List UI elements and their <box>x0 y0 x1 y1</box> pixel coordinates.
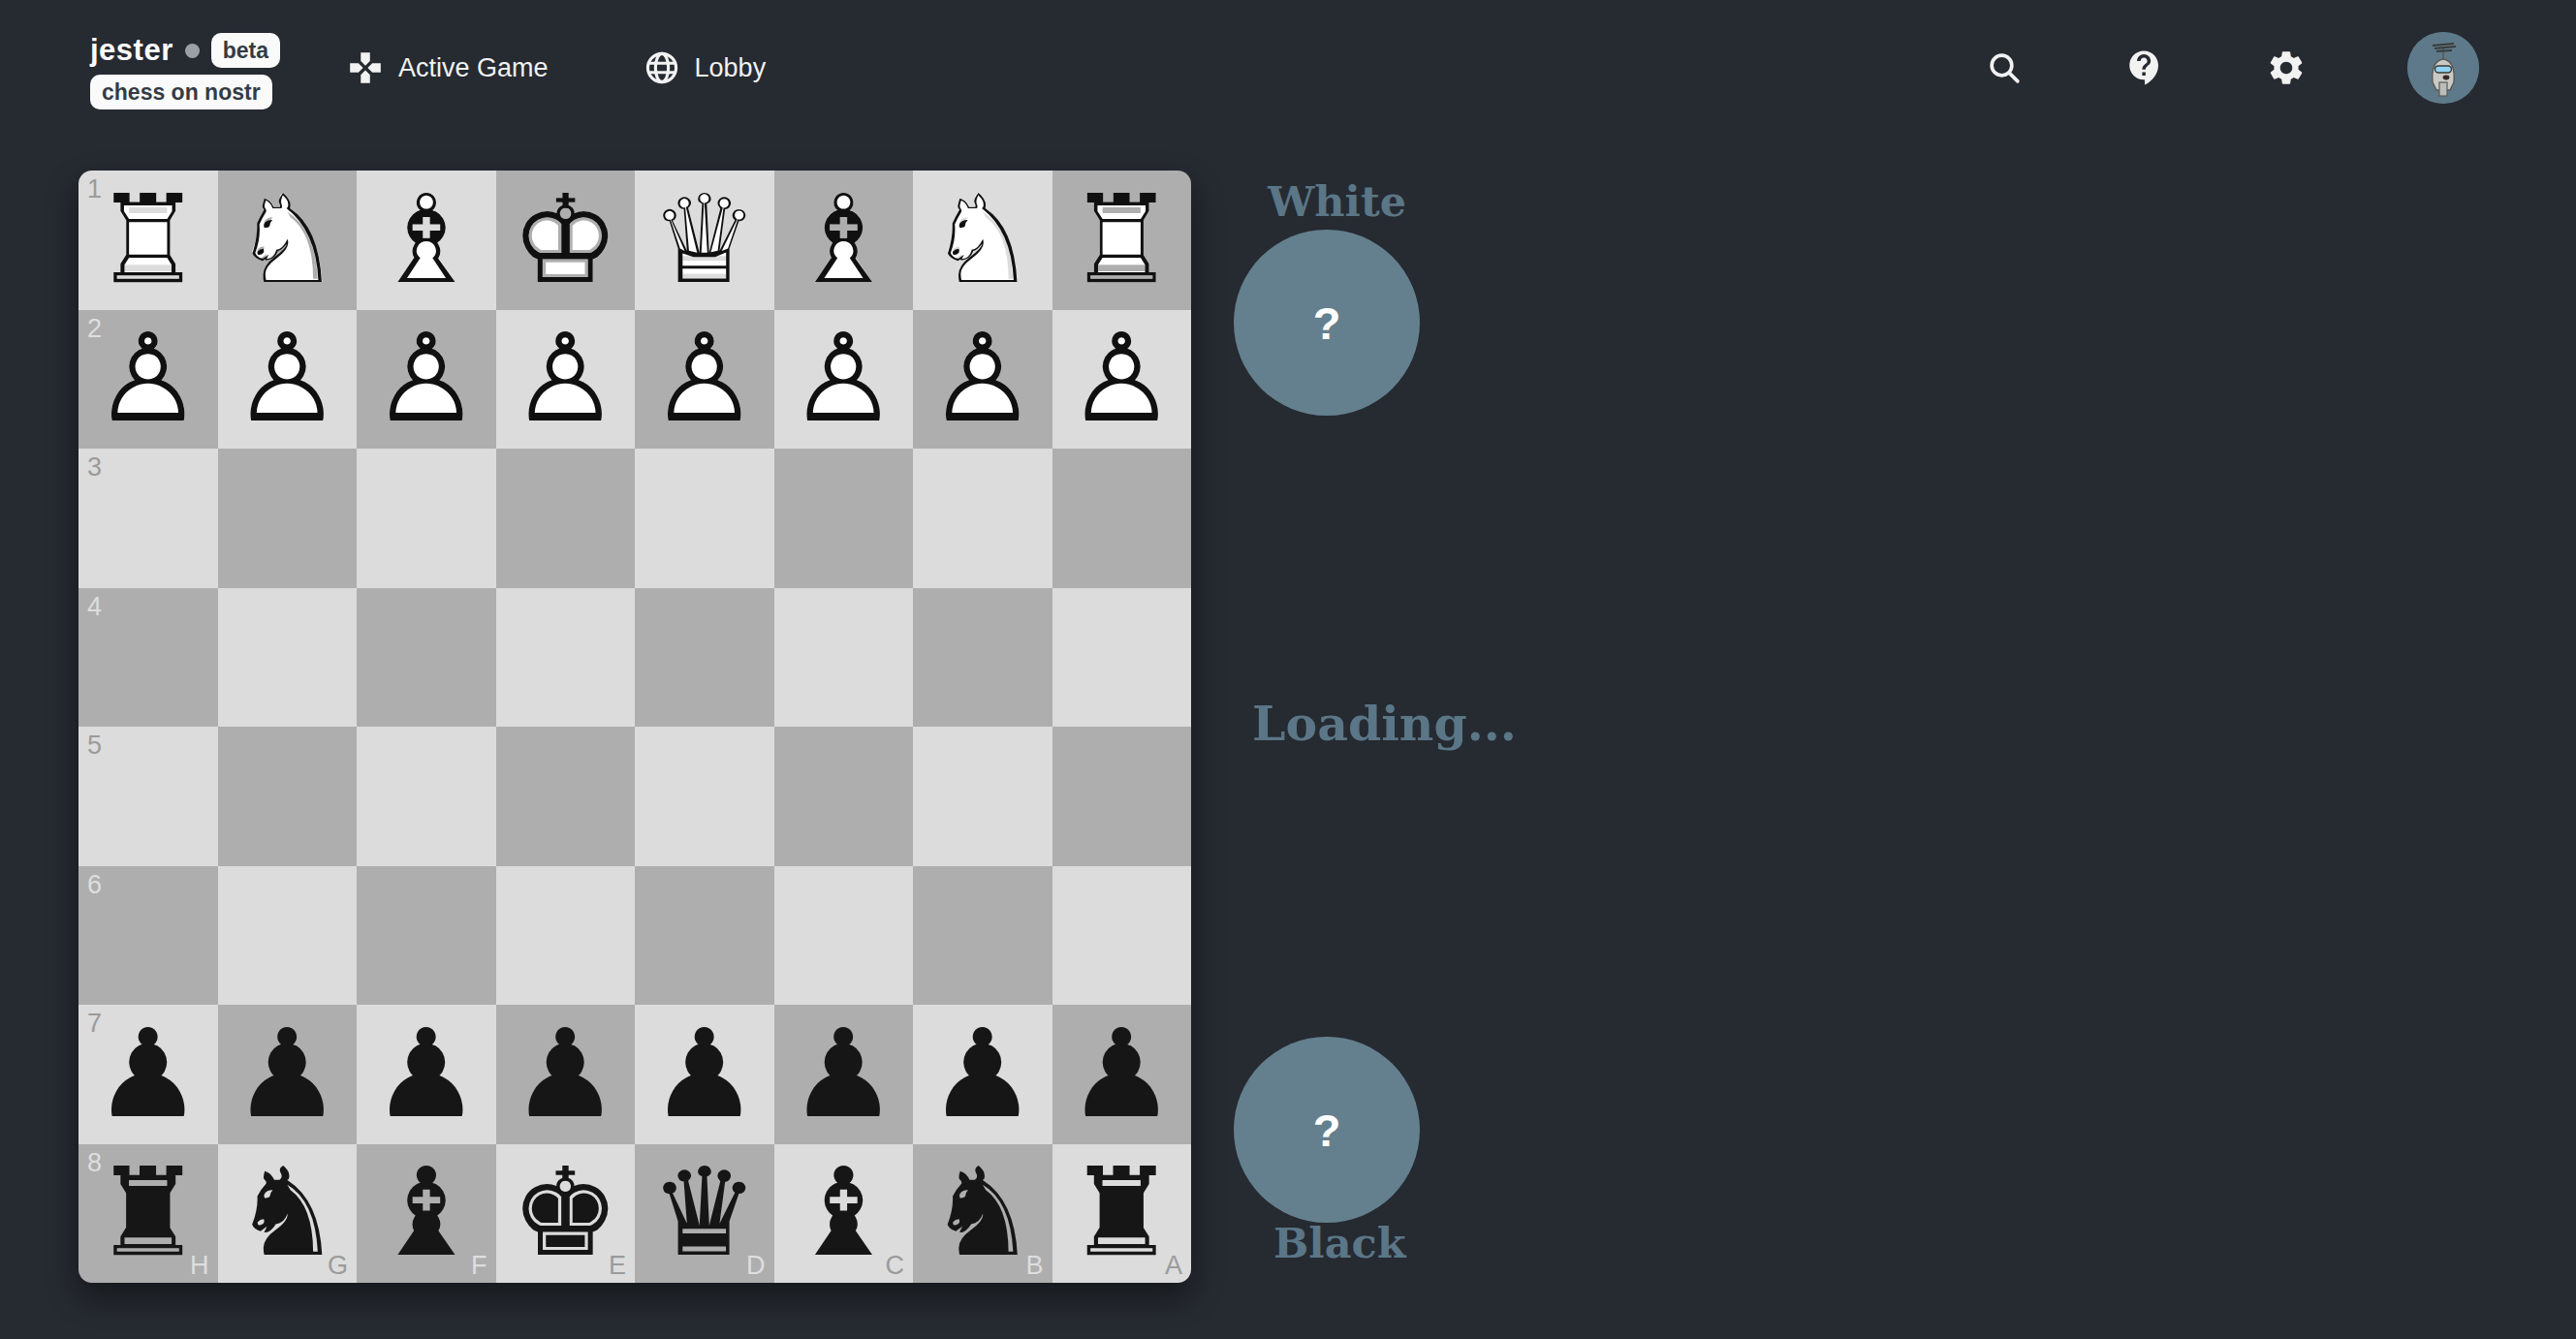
square-h1[interactable]: 1♜♖ <box>79 171 218 310</box>
beta-badge: beta <box>211 33 280 68</box>
black-avatar-placeholder: ? <box>1313 1104 1341 1157</box>
piece-black-pawn: ♟ <box>218 1005 358 1144</box>
globe-icon <box>644 49 680 86</box>
square-e7[interactable]: ♟ <box>496 1005 636 1144</box>
user-avatar[interactable] <box>2407 32 2479 104</box>
square-d6[interactable] <box>635 866 774 1006</box>
square-g7[interactable]: ♟ <box>218 1005 358 1144</box>
piece-black-knight: ♞ <box>913 1144 1052 1284</box>
square-a3[interactable] <box>1052 449 1192 588</box>
square-g3[interactable] <box>218 449 358 588</box>
piece-white-pawn: ♟♙ <box>496 310 636 450</box>
chess-board: 1♜♖♞♘♝♗♚♔♛♕♝♗♞♘♜♖2♟♙♟♙♟♙♟♙♟♙♟♙♟♙♟♙34567♟… <box>79 171 1191 1283</box>
piece-white-rook: ♜♖ <box>1052 171 1192 310</box>
piece-black-pawn: ♟ <box>635 1005 774 1144</box>
square-h5[interactable]: 5 <box>79 727 218 866</box>
header-actions <box>1985 33 2479 103</box>
square-g2[interactable]: ♟♙ <box>218 310 358 450</box>
square-b6[interactable] <box>913 866 1052 1006</box>
square-a5[interactable] <box>1052 727 1192 866</box>
square-h7[interactable]: 7♟ <box>79 1005 218 1144</box>
square-d7[interactable]: ♟ <box>635 1005 774 1144</box>
square-h3[interactable]: 3 <box>79 449 218 588</box>
square-h2[interactable]: 2♟♙ <box>79 310 218 450</box>
app-logo[interactable]: jester beta chess on nostr <box>90 33 280 109</box>
loading-status: Loading... <box>1252 696 1517 752</box>
square-e5[interactable] <box>496 727 636 866</box>
square-f7[interactable]: ♟ <box>357 1005 496 1144</box>
square-c2[interactable]: ♟♙ <box>774 310 914 450</box>
square-e2[interactable]: ♟♙ <box>496 310 636 450</box>
piece-white-pawn: ♟♙ <box>218 310 358 450</box>
square-a6[interactable] <box>1052 866 1192 1006</box>
square-e8[interactable]: E♚ <box>496 1144 636 1284</box>
search-icon[interactable] <box>1985 48 2024 87</box>
square-d8[interactable]: D♛ <box>635 1144 774 1284</box>
piece-white-bishop: ♝♗ <box>357 171 496 310</box>
piece-white-pawn: ♟♙ <box>774 310 914 450</box>
gamepad-icon <box>347 49 384 86</box>
settings-icon[interactable] <box>2266 47 2307 88</box>
nav-lobby[interactable]: Lobby <box>644 49 767 86</box>
square-c1[interactable]: ♝♗ <box>774 171 914 310</box>
square-a8[interactable]: A♜ <box>1052 1144 1192 1284</box>
square-e4[interactable] <box>496 588 636 728</box>
square-h6[interactable]: 6 <box>79 866 218 1006</box>
square-d2[interactable]: ♟♙ <box>635 310 774 450</box>
black-player-label: Black <box>1273 1219 1406 1267</box>
nav-active-game-label: Active Game <box>398 53 549 83</box>
piece-black-king: ♚ <box>496 1144 636 1284</box>
piece-black-pawn: ♟ <box>79 1005 218 1144</box>
rank-label-6: 6 <box>87 870 102 900</box>
piece-black-pawn: ♟ <box>496 1005 636 1144</box>
square-g1[interactable]: ♞♘ <box>218 171 358 310</box>
piece-white-queen: ♛♕ <box>635 171 774 310</box>
piece-white-knight: ♞♘ <box>913 171 1052 310</box>
main-nav: Active Game Lobby <box>347 39 766 97</box>
square-e6[interactable] <box>496 866 636 1006</box>
piece-white-pawn: ♟♙ <box>635 310 774 450</box>
square-h4[interactable]: 4 <box>79 588 218 728</box>
square-b1[interactable]: ♞♘ <box>913 171 1052 310</box>
square-a4[interactable] <box>1052 588 1192 728</box>
square-c5[interactable] <box>774 727 914 866</box>
white-avatar-placeholder: ? <box>1313 296 1341 350</box>
piece-white-pawn: ♟♙ <box>1052 310 1192 450</box>
square-e1[interactable]: ♚♔ <box>496 171 636 310</box>
square-b3[interactable] <box>913 449 1052 588</box>
square-a2[interactable]: ♟♙ <box>1052 310 1192 450</box>
white-player-label: White <box>1268 177 1406 226</box>
square-c8[interactable]: C♝ <box>774 1144 914 1284</box>
square-f6[interactable] <box>357 866 496 1006</box>
piece-black-rook: ♜ <box>1052 1144 1192 1284</box>
piece-white-pawn: ♟♙ <box>913 310 1052 450</box>
square-b4[interactable] <box>913 588 1052 728</box>
square-f1[interactable]: ♝♗ <box>357 171 496 310</box>
brand-title: jester <box>90 33 173 68</box>
square-c6[interactable] <box>774 866 914 1006</box>
rank-label-3: 3 <box>87 452 102 483</box>
black-player-avatar: ? <box>1234 1037 1420 1223</box>
piece-black-pawn: ♟ <box>774 1005 914 1144</box>
square-b5[interactable] <box>913 727 1052 866</box>
square-f4[interactable] <box>357 588 496 728</box>
square-f8[interactable]: F♝ <box>357 1144 496 1284</box>
square-d5[interactable] <box>635 727 774 866</box>
piece-white-pawn: ♟♙ <box>79 310 218 450</box>
nav-active-game[interactable]: Active Game <box>347 49 549 86</box>
square-g6[interactable] <box>218 866 358 1006</box>
status-dot <box>185 44 200 58</box>
square-c3[interactable] <box>774 449 914 588</box>
piece-black-bishop: ♝ <box>774 1144 914 1284</box>
piece-black-bishop: ♝ <box>357 1144 496 1284</box>
square-h8[interactable]: 8H♜ <box>79 1144 218 1284</box>
square-a1[interactable]: ♜♖ <box>1052 171 1192 310</box>
square-d4[interactable] <box>635 588 774 728</box>
square-b8[interactable]: B♞ <box>913 1144 1052 1284</box>
square-c4[interactable] <box>774 588 914 728</box>
rank-label-5: 5 <box>87 731 102 761</box>
square-g8[interactable]: G♞ <box>218 1144 358 1284</box>
square-c7[interactable]: ♟ <box>774 1005 914 1144</box>
piece-white-bishop: ♝♗ <box>774 171 914 310</box>
square-d3[interactable] <box>635 449 774 588</box>
piece-black-pawn: ♟ <box>913 1005 1052 1144</box>
square-f3[interactable] <box>357 449 496 588</box>
square-a7[interactable]: ♟ <box>1052 1005 1192 1144</box>
square-b7[interactable]: ♟ <box>913 1005 1052 1144</box>
piece-white-pawn: ♟♙ <box>357 310 496 450</box>
tagline-badge: chess on nostr <box>90 75 272 109</box>
help-icon[interactable] <box>2124 47 2165 88</box>
piece-black-pawn: ♟ <box>357 1005 496 1144</box>
piece-black-pawn: ♟ <box>1052 1005 1192 1144</box>
rank-label-4: 4 <box>87 592 102 622</box>
piece-black-queen: ♛ <box>635 1144 774 1284</box>
piece-black-rook: ♜ <box>79 1144 218 1284</box>
nav-lobby-label: Lobby <box>695 53 767 83</box>
piece-white-knight: ♞♘ <box>218 171 358 310</box>
square-f5[interactable] <box>357 727 496 866</box>
square-b2[interactable]: ♟♙ <box>913 310 1052 450</box>
square-e3[interactable] <box>496 449 636 588</box>
square-g5[interactable] <box>218 727 358 866</box>
square-f2[interactable]: ♟♙ <box>357 310 496 450</box>
piece-white-king: ♚♔ <box>496 171 636 310</box>
white-player-avatar: ? <box>1234 230 1420 416</box>
robot-avatar-image <box>2407 32 2479 104</box>
piece-black-knight: ♞ <box>218 1144 358 1284</box>
square-g4[interactable] <box>218 588 358 728</box>
square-d1[interactable]: ♛♕ <box>635 171 774 310</box>
piece-white-rook: ♜♖ <box>79 171 218 310</box>
